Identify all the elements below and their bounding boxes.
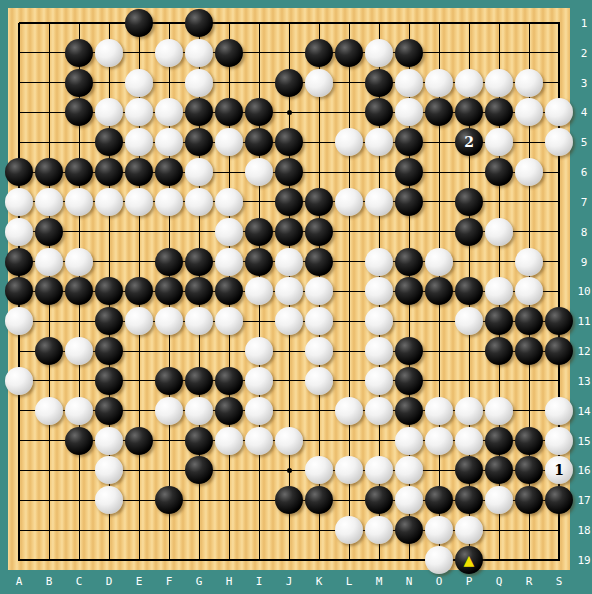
go-app-window: ▲12 ABCDEFGHIJKLMNOPQRS12345678910111213… bbox=[0, 0, 592, 594]
stone-white-Q14[interactable] bbox=[485, 397, 513, 425]
coord-label-col-O: O bbox=[431, 576, 447, 587]
stone-black-L2[interactable] bbox=[335, 39, 363, 67]
stone-black-G15[interactable] bbox=[185, 427, 213, 455]
coord-label-row-12: 12 bbox=[574, 346, 592, 357]
stone-black-N5[interactable] bbox=[395, 128, 423, 156]
stone-white-D15[interactable] bbox=[95, 427, 123, 455]
stone-white-F4[interactable] bbox=[155, 98, 183, 126]
stone-white-J11[interactable] bbox=[275, 307, 303, 335]
stone-black-K7[interactable] bbox=[305, 188, 333, 216]
stone-white-G3[interactable] bbox=[185, 69, 213, 97]
stone-black-R16[interactable] bbox=[515, 456, 543, 484]
coord-label-col-K: K bbox=[311, 576, 327, 587]
stone-white-B7[interactable] bbox=[35, 188, 63, 216]
stone-black-Q4[interactable] bbox=[485, 98, 513, 126]
stone-white-I13[interactable] bbox=[245, 367, 273, 395]
stone-white-M14[interactable] bbox=[365, 397, 393, 425]
stone-black-F6[interactable] bbox=[155, 158, 183, 186]
coord-label-col-C: C bbox=[71, 576, 87, 587]
stone-black-D14[interactable] bbox=[95, 397, 123, 425]
stone-white-G2[interactable] bbox=[185, 39, 213, 67]
stone-black-M4[interactable] bbox=[365, 98, 393, 126]
stone-black-I8[interactable] bbox=[245, 218, 273, 246]
stone-black-P16[interactable] bbox=[455, 456, 483, 484]
stone-white-B14[interactable] bbox=[35, 397, 63, 425]
stone-black-J3[interactable] bbox=[275, 69, 303, 97]
stone-black-C6[interactable] bbox=[65, 158, 93, 186]
coord-label-row-10: 10 bbox=[574, 286, 592, 297]
stone-white-G6[interactable] bbox=[185, 158, 213, 186]
stone-black-G5[interactable] bbox=[185, 128, 213, 156]
stone-black-D10[interactable] bbox=[95, 277, 123, 305]
stone-black-S17[interactable] bbox=[545, 486, 573, 514]
stone-black-Q11[interactable] bbox=[485, 307, 513, 335]
stone-white-O19[interactable] bbox=[425, 546, 453, 574]
stone-black-N9[interactable] bbox=[395, 248, 423, 276]
stone-black-S11[interactable] bbox=[545, 307, 573, 335]
stone-white-A11[interactable] bbox=[5, 307, 33, 335]
stone-white-E11[interactable] bbox=[125, 307, 153, 335]
stone-white-P11[interactable] bbox=[455, 307, 483, 335]
stone-white-F7[interactable] bbox=[155, 188, 183, 216]
stone-black-A9[interactable] bbox=[5, 248, 33, 276]
stone-black-E10[interactable] bbox=[125, 277, 153, 305]
stone-white-Q10[interactable] bbox=[485, 277, 513, 305]
stone-black-N14[interactable] bbox=[395, 397, 423, 425]
stone-black-K9[interactable] bbox=[305, 248, 333, 276]
coord-label-row-16: 16 bbox=[574, 465, 592, 476]
stone-black-F9[interactable] bbox=[155, 248, 183, 276]
stone-black-N7[interactable] bbox=[395, 188, 423, 216]
stone-white-H15[interactable] bbox=[215, 427, 243, 455]
stone-black-G16[interactable] bbox=[185, 456, 213, 484]
stone-black-O17[interactable] bbox=[425, 486, 453, 514]
stone-black-E6[interactable] bbox=[125, 158, 153, 186]
grid-hline-1 bbox=[19, 22, 560, 24]
stone-black-H4[interactable] bbox=[215, 98, 243, 126]
stone-white-M13[interactable] bbox=[365, 367, 393, 395]
stone-black-Q12[interactable] bbox=[485, 337, 513, 365]
star-point-J4 bbox=[287, 110, 292, 115]
stone-black-C10[interactable] bbox=[65, 277, 93, 305]
stone-white-G14[interactable] bbox=[185, 397, 213, 425]
stone-white-A8[interactable] bbox=[5, 218, 33, 246]
stone-white-M18[interactable] bbox=[365, 516, 393, 544]
stone-white-L7[interactable] bbox=[335, 188, 363, 216]
stone-white-M12[interactable] bbox=[365, 337, 393, 365]
stone-white-O14[interactable] bbox=[425, 397, 453, 425]
coord-label-row-5: 5 bbox=[574, 137, 592, 148]
coord-label-col-E: E bbox=[131, 576, 147, 587]
coord-label-col-S: S bbox=[551, 576, 567, 587]
stone-white-M2[interactable] bbox=[365, 39, 393, 67]
stone-white-M11[interactable] bbox=[365, 307, 393, 335]
stone-white-D16[interactable] bbox=[95, 456, 123, 484]
coord-label-row-15: 15 bbox=[574, 436, 592, 447]
stone-white-Q8[interactable] bbox=[485, 218, 513, 246]
stone-white-K12[interactable] bbox=[305, 337, 333, 365]
stone-white-H5[interactable] bbox=[215, 128, 243, 156]
coord-label-row-3: 3 bbox=[574, 78, 592, 89]
stone-white-P18[interactable] bbox=[455, 516, 483, 544]
coord-label-row-8: 8 bbox=[574, 227, 592, 238]
stone-black-I5[interactable] bbox=[245, 128, 273, 156]
stone-white-M5[interactable] bbox=[365, 128, 393, 156]
stone-white-O9[interactable] bbox=[425, 248, 453, 276]
stone-white-L18[interactable] bbox=[335, 516, 363, 544]
coord-label-col-P: P bbox=[461, 576, 477, 587]
stone-white-P15[interactable] bbox=[455, 427, 483, 455]
stone-white-P3[interactable] bbox=[455, 69, 483, 97]
stone-black-R17[interactable] bbox=[515, 486, 543, 514]
stone-black-B10[interactable] bbox=[35, 277, 63, 305]
stone-white-I12[interactable] bbox=[245, 337, 273, 365]
star-point-J16 bbox=[287, 468, 292, 473]
coord-label-row-4: 4 bbox=[574, 107, 592, 118]
stone-black-J8[interactable] bbox=[275, 218, 303, 246]
coord-label-col-H: H bbox=[221, 576, 237, 587]
stone-black-P4[interactable] bbox=[455, 98, 483, 126]
stone-black-N18[interactable] bbox=[395, 516, 423, 544]
coord-label-col-I: I bbox=[251, 576, 267, 587]
stone-white-D7[interactable] bbox=[95, 188, 123, 216]
stone-black-C3[interactable] bbox=[65, 69, 93, 97]
stone-black-D5[interactable] bbox=[95, 128, 123, 156]
coord-label-row-2: 2 bbox=[574, 48, 592, 59]
stone-white-I14[interactable] bbox=[245, 397, 273, 425]
stone-white-R9[interactable] bbox=[515, 248, 543, 276]
stone-white-H8[interactable] bbox=[215, 218, 243, 246]
stone-white-C14[interactable] bbox=[65, 397, 93, 425]
stone-black-H13[interactable] bbox=[215, 367, 243, 395]
stone-white-A7[interactable] bbox=[5, 188, 33, 216]
stone-black-K8[interactable] bbox=[305, 218, 333, 246]
stone-white-I10[interactable] bbox=[245, 277, 273, 305]
stone-white-I15[interactable] bbox=[245, 427, 273, 455]
stone-black-C2[interactable] bbox=[65, 39, 93, 67]
stone-white-L16[interactable] bbox=[335, 456, 363, 484]
stone-black-A10[interactable] bbox=[5, 277, 33, 305]
coord-label-col-R: R bbox=[521, 576, 537, 587]
stone-black-H10[interactable] bbox=[215, 277, 243, 305]
stone-black-P19[interactable] bbox=[455, 546, 483, 574]
stone-black-J17[interactable] bbox=[275, 486, 303, 514]
stone-white-F11[interactable] bbox=[155, 307, 183, 335]
stone-white-C9[interactable] bbox=[65, 248, 93, 276]
stone-white-A13[interactable] bbox=[5, 367, 33, 395]
go-board[interactable]: ▲12 bbox=[8, 8, 570, 570]
stone-black-P5[interactable] bbox=[455, 128, 483, 156]
coord-label-col-D: D bbox=[101, 576, 117, 587]
stone-white-K13[interactable] bbox=[305, 367, 333, 395]
stone-black-G9[interactable] bbox=[185, 248, 213, 276]
stone-black-O4[interactable] bbox=[425, 98, 453, 126]
stone-black-P10[interactable] bbox=[455, 277, 483, 305]
stone-black-C15[interactable] bbox=[65, 427, 93, 455]
coord-label-row-19: 19 bbox=[574, 555, 592, 566]
stone-white-O15[interactable] bbox=[425, 427, 453, 455]
stone-white-R3[interactable] bbox=[515, 69, 543, 97]
stone-white-C7[interactable] bbox=[65, 188, 93, 216]
stone-black-H2[interactable] bbox=[215, 39, 243, 67]
coord-label-row-17: 17 bbox=[574, 495, 592, 506]
stone-white-L14[interactable] bbox=[335, 397, 363, 425]
stone-white-B9[interactable] bbox=[35, 248, 63, 276]
stone-black-N13[interactable] bbox=[395, 367, 423, 395]
stone-black-O10[interactable] bbox=[425, 277, 453, 305]
stone-white-R6[interactable] bbox=[515, 158, 543, 186]
stone-white-M9[interactable] bbox=[365, 248, 393, 276]
coord-label-row-13: 13 bbox=[574, 376, 592, 387]
stone-white-E7[interactable] bbox=[125, 188, 153, 216]
stone-white-G11[interactable] bbox=[185, 307, 213, 335]
stone-white-S4[interactable] bbox=[545, 98, 573, 126]
stone-white-D4[interactable] bbox=[95, 98, 123, 126]
stone-white-J15[interactable] bbox=[275, 427, 303, 455]
stone-black-Q6[interactable] bbox=[485, 158, 513, 186]
stone-white-N17[interactable] bbox=[395, 486, 423, 514]
stone-black-N10[interactable] bbox=[395, 277, 423, 305]
stone-black-D6[interactable] bbox=[95, 158, 123, 186]
stone-black-B8[interactable] bbox=[35, 218, 63, 246]
stone-black-M3[interactable] bbox=[365, 69, 393, 97]
stone-black-B12[interactable] bbox=[35, 337, 63, 365]
coord-label-row-14: 14 bbox=[574, 406, 592, 417]
stone-white-K11[interactable] bbox=[305, 307, 333, 335]
stone-white-N15[interactable] bbox=[395, 427, 423, 455]
stone-black-F10[interactable] bbox=[155, 277, 183, 305]
stone-white-Q17[interactable] bbox=[485, 486, 513, 514]
stone-black-Q16[interactable] bbox=[485, 456, 513, 484]
stone-black-P8[interactable] bbox=[455, 218, 483, 246]
stone-black-C4[interactable] bbox=[65, 98, 93, 126]
coord-label-row-11: 11 bbox=[574, 316, 592, 327]
stone-white-Q3[interactable] bbox=[485, 69, 513, 97]
stone-white-D2[interactable] bbox=[95, 39, 123, 67]
stone-white-C12[interactable] bbox=[65, 337, 93, 365]
stone-white-G7[interactable] bbox=[185, 188, 213, 216]
stone-white-P14[interactable] bbox=[455, 397, 483, 425]
coord-label-row-6: 6 bbox=[574, 167, 592, 178]
coord-label-col-M: M bbox=[371, 576, 387, 587]
stone-white-M10[interactable] bbox=[365, 277, 393, 305]
stone-black-P7[interactable] bbox=[455, 188, 483, 216]
stone-black-Q15[interactable] bbox=[485, 427, 513, 455]
stone-black-G10[interactable] bbox=[185, 277, 213, 305]
stone-white-M16[interactable] bbox=[365, 456, 393, 484]
stone-white-J10[interactable] bbox=[275, 277, 303, 305]
stone-black-S12[interactable] bbox=[545, 337, 573, 365]
coord-label-row-9: 9 bbox=[574, 257, 592, 268]
stone-white-R10[interactable] bbox=[515, 277, 543, 305]
stone-black-D11[interactable] bbox=[95, 307, 123, 335]
stone-black-J5[interactable] bbox=[275, 128, 303, 156]
stone-white-E3[interactable] bbox=[125, 69, 153, 97]
stone-black-F17[interactable] bbox=[155, 486, 183, 514]
stone-black-G4[interactable] bbox=[185, 98, 213, 126]
stone-black-R12[interactable] bbox=[515, 337, 543, 365]
coord-label-row-18: 18 bbox=[574, 525, 592, 536]
stone-white-N16[interactable] bbox=[395, 456, 423, 484]
stone-white-K16[interactable] bbox=[305, 456, 333, 484]
stone-black-I9[interactable] bbox=[245, 248, 273, 276]
stone-black-N6[interactable] bbox=[395, 158, 423, 186]
stone-black-F13[interactable] bbox=[155, 367, 183, 395]
stone-black-G1[interactable] bbox=[185, 9, 213, 37]
stone-white-F14[interactable] bbox=[155, 397, 183, 425]
stone-white-Q5[interactable] bbox=[485, 128, 513, 156]
stone-black-H14[interactable] bbox=[215, 397, 243, 425]
stone-white-J9[interactable] bbox=[275, 248, 303, 276]
stone-black-M17[interactable] bbox=[365, 486, 393, 514]
stone-black-K17[interactable] bbox=[305, 486, 333, 514]
stone-white-F2[interactable] bbox=[155, 39, 183, 67]
stone-white-R4[interactable] bbox=[515, 98, 543, 126]
stone-white-D17[interactable] bbox=[95, 486, 123, 514]
stone-black-E1[interactable] bbox=[125, 9, 153, 37]
stone-white-S5[interactable] bbox=[545, 128, 573, 156]
stone-white-E4[interactable] bbox=[125, 98, 153, 126]
stone-white-K3[interactable] bbox=[305, 69, 333, 97]
stone-black-R11[interactable] bbox=[515, 307, 543, 335]
stone-black-B6[interactable] bbox=[35, 158, 63, 186]
coord-label-col-F: F bbox=[161, 576, 177, 587]
stone-black-A6[interactable] bbox=[5, 158, 33, 186]
stone-white-L5[interactable] bbox=[335, 128, 363, 156]
stone-white-H9[interactable] bbox=[215, 248, 243, 276]
stone-black-K2[interactable] bbox=[305, 39, 333, 67]
stone-black-D12[interactable] bbox=[95, 337, 123, 365]
stone-black-P17[interactable] bbox=[455, 486, 483, 514]
stone-black-G13[interactable] bbox=[185, 367, 213, 395]
stone-black-N12[interactable] bbox=[395, 337, 423, 365]
coord-label-row-7: 7 bbox=[574, 197, 592, 208]
stone-black-E15[interactable] bbox=[125, 427, 153, 455]
stone-white-O3[interactable] bbox=[425, 69, 453, 97]
stone-white-O18[interactable] bbox=[425, 516, 453, 544]
stone-black-D13[interactable] bbox=[95, 367, 123, 395]
stone-white-E5[interactable] bbox=[125, 128, 153, 156]
stone-white-H11[interactable] bbox=[215, 307, 243, 335]
stone-black-J6[interactable] bbox=[275, 158, 303, 186]
stone-white-H7[interactable] bbox=[215, 188, 243, 216]
stone-white-S16[interactable] bbox=[545, 456, 573, 484]
stone-white-N4[interactable] bbox=[395, 98, 423, 126]
coord-label-col-N: N bbox=[401, 576, 417, 587]
stone-black-J7[interactable] bbox=[275, 188, 303, 216]
coord-label-col-A: A bbox=[11, 576, 27, 587]
stone-white-S14[interactable] bbox=[545, 397, 573, 425]
coord-label-col-L: L bbox=[341, 576, 357, 587]
stone-white-F5[interactable] bbox=[155, 128, 183, 156]
coord-label-col-Q: Q bbox=[491, 576, 507, 587]
stone-white-N3[interactable] bbox=[395, 69, 423, 97]
stone-white-M7[interactable] bbox=[365, 188, 393, 216]
stone-black-N2[interactable] bbox=[395, 39, 423, 67]
stone-white-K10[interactable] bbox=[305, 277, 333, 305]
stone-white-I6[interactable] bbox=[245, 158, 273, 186]
coord-label-row-1: 1 bbox=[574, 18, 592, 29]
coord-label-col-G: G bbox=[191, 576, 207, 587]
stone-white-S15[interactable] bbox=[545, 427, 573, 455]
stone-black-R15[interactable] bbox=[515, 427, 543, 455]
coord-label-col-J: J bbox=[281, 576, 297, 587]
coord-label-col-B: B bbox=[41, 576, 57, 587]
stone-black-I4[interactable] bbox=[245, 98, 273, 126]
